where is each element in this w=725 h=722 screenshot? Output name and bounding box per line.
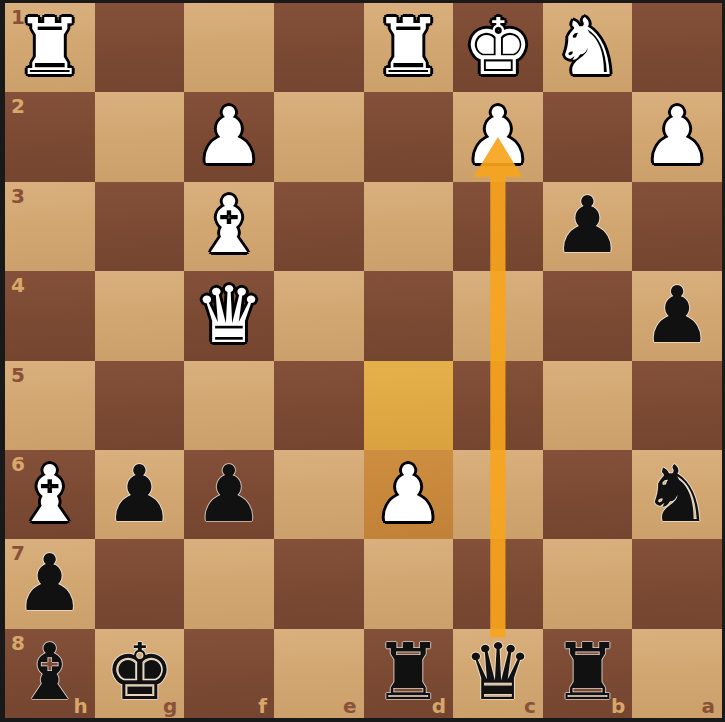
file-label-f: f xyxy=(258,694,267,718)
square-h6[interactable]: ♝6 xyxy=(5,450,95,539)
square-e2[interactable] xyxy=(274,92,364,181)
square-f7[interactable] xyxy=(184,539,274,628)
square-c1[interactable]: ♚ xyxy=(453,3,543,92)
square-a6[interactable]: ♞ xyxy=(632,450,722,539)
square-e1[interactable] xyxy=(274,3,364,92)
square-e3[interactable] xyxy=(274,182,364,271)
file-label-a: a xyxy=(702,694,716,718)
rank-label-4: 4 xyxy=(11,273,25,297)
square-b2[interactable] xyxy=(543,92,633,181)
square-c8[interactable]: ♛c xyxy=(453,629,543,718)
square-b4[interactable] xyxy=(543,271,633,360)
square-c6[interactable] xyxy=(453,450,543,539)
black-pawn[interactable]: ♟ xyxy=(642,276,712,354)
square-e5[interactable] xyxy=(274,361,364,450)
square-b3[interactable]: ♟ xyxy=(543,182,633,271)
white-bishop[interactable]: ♝ xyxy=(15,455,85,533)
file-label-e: e xyxy=(343,694,357,718)
rank-label-5: 5 xyxy=(11,363,25,387)
black-pawn[interactable]: ♟ xyxy=(194,455,264,533)
rank-label-3: 3 xyxy=(11,184,25,208)
square-e6[interactable] xyxy=(274,450,364,539)
square-h8[interactable]: ♝8h xyxy=(5,629,95,718)
white-pawn[interactable]: ♟ xyxy=(373,455,443,533)
square-h3[interactable]: 3 xyxy=(5,182,95,271)
square-a5[interactable] xyxy=(632,361,722,450)
square-h2[interactable]: 2 xyxy=(5,92,95,181)
chess-board: ♜1♜♚♞2♟♟♟3♝♟4♛♟5♝6♟♟♟♞♟7♝8h♚gfe♜d♛c♜ba xyxy=(5,3,722,718)
square-h5[interactable]: 5 xyxy=(5,361,95,450)
square-d4[interactable] xyxy=(364,271,454,360)
square-g5[interactable] xyxy=(95,361,185,450)
square-d8[interactable]: ♜d xyxy=(364,629,454,718)
white-queen[interactable]: ♛ xyxy=(194,276,264,354)
square-c5[interactable] xyxy=(453,361,543,450)
white-rook[interactable]: ♜ xyxy=(15,8,85,86)
black-pawn[interactable]: ♟ xyxy=(104,455,174,533)
file-label-d: d xyxy=(432,694,446,718)
square-a1[interactable] xyxy=(632,3,722,92)
white-pawn[interactable]: ♟ xyxy=(463,97,533,175)
rank-label-7: 7 xyxy=(11,541,25,565)
file-label-b: b xyxy=(611,694,625,718)
square-a7[interactable] xyxy=(632,539,722,628)
square-g1[interactable] xyxy=(95,3,185,92)
rank-label-8: 8 xyxy=(11,631,25,655)
file-label-c: c xyxy=(524,694,536,718)
black-queen[interactable]: ♛ xyxy=(463,633,533,711)
square-b1[interactable]: ♞ xyxy=(543,3,633,92)
square-b5[interactable] xyxy=(543,361,633,450)
square-c3[interactable] xyxy=(453,182,543,271)
square-f5[interactable] xyxy=(184,361,274,450)
square-a4[interactable]: ♟ xyxy=(632,271,722,360)
square-f3[interactable]: ♝ xyxy=(184,182,274,271)
square-g3[interactable] xyxy=(95,182,185,271)
file-label-h: h xyxy=(73,694,87,718)
square-f6[interactable]: ♟ xyxy=(184,450,274,539)
square-f2[interactable]: ♟ xyxy=(184,92,274,181)
square-g8[interactable]: ♚g xyxy=(95,629,185,718)
square-b7[interactable] xyxy=(543,539,633,628)
square-f4[interactable]: ♛ xyxy=(184,271,274,360)
rank-label-2: 2 xyxy=(11,94,25,118)
white-bishop[interactable]: ♝ xyxy=(194,186,264,264)
file-label-g: g xyxy=(163,694,177,718)
rank-label-1: 1 xyxy=(11,5,25,29)
square-g4[interactable] xyxy=(95,271,185,360)
white-pawn[interactable]: ♟ xyxy=(642,97,712,175)
black-pawn[interactable]: ♟ xyxy=(15,544,85,622)
white-knight[interactable]: ♞ xyxy=(553,8,623,86)
square-h7[interactable]: ♟7 xyxy=(5,539,95,628)
square-c4[interactable] xyxy=(453,271,543,360)
square-a8[interactable]: a xyxy=(632,629,722,718)
square-h4[interactable]: 4 xyxy=(5,271,95,360)
square-g7[interactable] xyxy=(95,539,185,628)
square-f8[interactable]: f xyxy=(184,629,274,718)
white-pawn[interactable]: ♟ xyxy=(194,97,264,175)
square-d3[interactable] xyxy=(364,182,454,271)
square-e7[interactable] xyxy=(274,539,364,628)
square-b6[interactable] xyxy=(543,450,633,539)
square-c7[interactable] xyxy=(453,539,543,628)
black-pawn[interactable]: ♟ xyxy=(553,186,623,264)
square-g2[interactable] xyxy=(95,92,185,181)
square-c2[interactable]: ♟ xyxy=(453,92,543,181)
square-a3[interactable] xyxy=(632,182,722,271)
square-a2[interactable]: ♟ xyxy=(632,92,722,181)
white-king[interactable]: ♚ xyxy=(463,8,533,86)
square-f1[interactable] xyxy=(184,3,274,92)
white-rook[interactable]: ♜ xyxy=(373,8,443,86)
square-d1[interactable]: ♜ xyxy=(364,3,454,92)
square-e8[interactable]: e xyxy=(274,629,364,718)
square-b8[interactable]: ♜b xyxy=(543,629,633,718)
square-d5[interactable] xyxy=(364,361,454,450)
square-g6[interactable]: ♟ xyxy=(95,450,185,539)
square-d2[interactable] xyxy=(364,92,454,181)
square-h1[interactable]: ♜1 xyxy=(5,3,95,92)
square-e4[interactable] xyxy=(274,271,364,360)
chess-app-canvas: ♜1♜♚♞2♟♟♟3♝♟4♛♟5♝6♟♟♟♞♟7♝8h♚gfe♜d♛c♜ba xyxy=(0,0,725,722)
square-d7[interactable] xyxy=(364,539,454,628)
square-d6[interactable]: ♟ xyxy=(364,450,454,539)
black-knight[interactable]: ♞ xyxy=(642,455,712,533)
rank-label-6: 6 xyxy=(11,452,25,476)
